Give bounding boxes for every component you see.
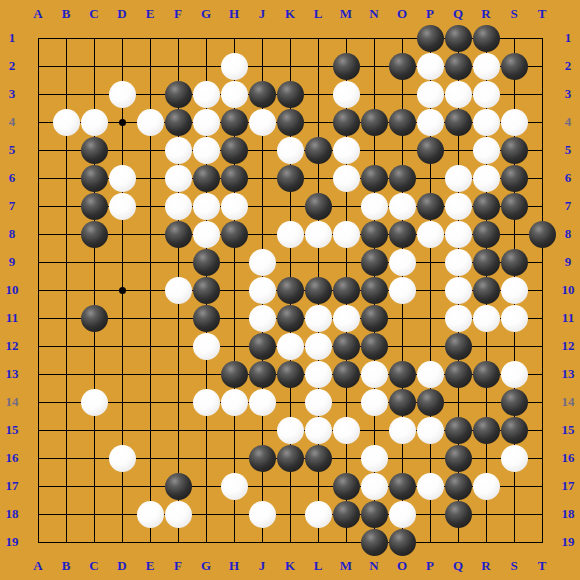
intersection[interactable]: ○ bbox=[360, 472, 388, 500]
intersection[interactable]: ○ bbox=[360, 444, 388, 472]
intersection[interactable]: ● bbox=[444, 444, 472, 472]
intersection[interactable]: ○ bbox=[220, 80, 248, 108]
intersection[interactable]: ● bbox=[472, 248, 500, 276]
intersection[interactable]: ● bbox=[416, 136, 444, 164]
intersection[interactable]: ○ bbox=[220, 388, 248, 416]
intersection[interactable]: ○ bbox=[248, 248, 276, 276]
intersection[interactable] bbox=[528, 472, 556, 500]
intersection[interactable] bbox=[24, 332, 52, 360]
intersection[interactable]: ● bbox=[164, 80, 192, 108]
intersection[interactable] bbox=[108, 52, 136, 80]
intersection[interactable]: ○ bbox=[388, 192, 416, 220]
intersection[interactable] bbox=[80, 416, 108, 444]
intersection[interactable] bbox=[80, 500, 108, 528]
intersection[interactable] bbox=[528, 52, 556, 80]
intersection[interactable] bbox=[108, 360, 136, 388]
intersection[interactable]: ● bbox=[220, 220, 248, 248]
intersection[interactable] bbox=[276, 388, 304, 416]
intersection[interactable]: ● bbox=[220, 360, 248, 388]
intersection[interactable] bbox=[108, 220, 136, 248]
intersection[interactable]: ● bbox=[360, 528, 388, 556]
intersection[interactable] bbox=[52, 80, 80, 108]
intersection[interactable]: ○ bbox=[500, 360, 528, 388]
intersection[interactable] bbox=[416, 248, 444, 276]
intersection[interactable]: ● bbox=[416, 388, 444, 416]
intersection[interactable] bbox=[136, 416, 164, 444]
intersection[interactable] bbox=[108, 136, 136, 164]
intersection[interactable] bbox=[136, 304, 164, 332]
intersection[interactable] bbox=[24, 52, 52, 80]
intersection[interactable]: ● bbox=[416, 24, 444, 52]
intersection[interactable] bbox=[444, 528, 472, 556]
intersection[interactable]: ○ bbox=[248, 388, 276, 416]
intersection[interactable]: ● bbox=[192, 276, 220, 304]
intersection[interactable] bbox=[108, 332, 136, 360]
intersection[interactable] bbox=[136, 220, 164, 248]
intersection[interactable]: ● bbox=[444, 360, 472, 388]
intersection[interactable] bbox=[164, 444, 192, 472]
intersection[interactable]: ○ bbox=[332, 164, 360, 192]
intersection[interactable] bbox=[52, 220, 80, 248]
intersection[interactable] bbox=[52, 360, 80, 388]
intersection[interactable] bbox=[24, 164, 52, 192]
intersection[interactable]: ○ bbox=[500, 444, 528, 472]
intersection[interactable]: ● bbox=[80, 192, 108, 220]
intersection[interactable]: ○ bbox=[220, 52, 248, 80]
intersection[interactable] bbox=[276, 472, 304, 500]
intersection[interactable]: ○ bbox=[276, 416, 304, 444]
intersection[interactable] bbox=[472, 528, 500, 556]
intersection[interactable] bbox=[528, 444, 556, 472]
intersection[interactable]: ● bbox=[388, 220, 416, 248]
intersection[interactable] bbox=[108, 416, 136, 444]
intersection[interactable] bbox=[24, 360, 52, 388]
intersection[interactable]: ● bbox=[472, 416, 500, 444]
intersection[interactable] bbox=[416, 332, 444, 360]
intersection[interactable] bbox=[52, 276, 80, 304]
intersection[interactable] bbox=[416, 276, 444, 304]
intersection[interactable] bbox=[528, 24, 556, 52]
intersection[interactable] bbox=[52, 192, 80, 220]
intersection[interactable] bbox=[388, 332, 416, 360]
intersection[interactable]: ● bbox=[332, 108, 360, 136]
intersection[interactable]: ○ bbox=[304, 332, 332, 360]
intersection[interactable] bbox=[528, 304, 556, 332]
intersection[interactable]: ○ bbox=[248, 304, 276, 332]
intersection[interactable]: ○ bbox=[472, 304, 500, 332]
intersection[interactable]: ● bbox=[276, 164, 304, 192]
intersection[interactable] bbox=[52, 24, 80, 52]
intersection[interactable]: ● bbox=[360, 220, 388, 248]
intersection[interactable] bbox=[332, 192, 360, 220]
intersection[interactable] bbox=[192, 360, 220, 388]
intersection[interactable] bbox=[528, 332, 556, 360]
intersection[interactable] bbox=[52, 472, 80, 500]
intersection[interactable]: ○ bbox=[220, 192, 248, 220]
intersection[interactable]: ○ bbox=[416, 360, 444, 388]
intersection[interactable] bbox=[108, 24, 136, 52]
intersection[interactable] bbox=[472, 444, 500, 472]
intersection[interactable] bbox=[528, 164, 556, 192]
intersection[interactable]: ● bbox=[80, 220, 108, 248]
intersection[interactable] bbox=[304, 108, 332, 136]
intersection[interactable]: ● bbox=[220, 108, 248, 136]
intersection[interactable]: ○ bbox=[80, 388, 108, 416]
intersection[interactable] bbox=[388, 24, 416, 52]
intersection[interactable] bbox=[472, 332, 500, 360]
intersection[interactable]: ○ bbox=[304, 304, 332, 332]
intersection[interactable]: ● bbox=[164, 108, 192, 136]
intersection[interactable] bbox=[80, 528, 108, 556]
intersection[interactable]: ● bbox=[360, 276, 388, 304]
intersection[interactable]: ● bbox=[360, 108, 388, 136]
intersection[interactable]: ○ bbox=[192, 108, 220, 136]
intersection[interactable] bbox=[248, 472, 276, 500]
intersection[interactable]: ○ bbox=[248, 500, 276, 528]
intersection[interactable]: ● bbox=[388, 388, 416, 416]
intersection[interactable]: ○ bbox=[164, 164, 192, 192]
intersection[interactable] bbox=[136, 192, 164, 220]
intersection[interactable] bbox=[360, 52, 388, 80]
intersection[interactable]: ○ bbox=[416, 108, 444, 136]
intersection[interactable] bbox=[528, 416, 556, 444]
intersection[interactable]: ● bbox=[444, 332, 472, 360]
intersection[interactable]: ○ bbox=[416, 416, 444, 444]
intersection[interactable]: ○ bbox=[416, 52, 444, 80]
intersection[interactable] bbox=[416, 164, 444, 192]
intersection[interactable] bbox=[500, 80, 528, 108]
intersection[interactable]: ● bbox=[332, 52, 360, 80]
intersection[interactable] bbox=[52, 304, 80, 332]
intersection[interactable]: ● bbox=[276, 360, 304, 388]
intersection[interactable] bbox=[528, 528, 556, 556]
intersection[interactable] bbox=[360, 80, 388, 108]
intersection[interactable]: ● bbox=[444, 500, 472, 528]
intersection[interactable] bbox=[220, 276, 248, 304]
intersection[interactable]: ○ bbox=[500, 108, 528, 136]
intersection[interactable]: ○ bbox=[472, 108, 500, 136]
intersection[interactable] bbox=[304, 80, 332, 108]
intersection[interactable]: ○ bbox=[332, 80, 360, 108]
intersection[interactable] bbox=[332, 388, 360, 416]
intersection[interactable]: ○ bbox=[472, 80, 500, 108]
intersection[interactable]: ○ bbox=[332, 136, 360, 164]
intersection[interactable]: ● bbox=[80, 136, 108, 164]
intersection[interactable] bbox=[248, 220, 276, 248]
intersection[interactable] bbox=[500, 332, 528, 360]
intersection[interactable]: ● bbox=[416, 192, 444, 220]
intersection[interactable] bbox=[108, 472, 136, 500]
intersection[interactable]: ○ bbox=[444, 248, 472, 276]
intersection[interactable]: ○ bbox=[332, 304, 360, 332]
intersection[interactable] bbox=[24, 444, 52, 472]
intersection[interactable] bbox=[108, 528, 136, 556]
intersection[interactable] bbox=[24, 80, 52, 108]
intersection[interactable] bbox=[136, 164, 164, 192]
intersection[interactable]: ● bbox=[304, 192, 332, 220]
intersection[interactable]: ● bbox=[332, 332, 360, 360]
intersection[interactable]: ● bbox=[332, 500, 360, 528]
intersection[interactable]: ● bbox=[360, 164, 388, 192]
intersection[interactable] bbox=[24, 388, 52, 416]
intersection[interactable] bbox=[220, 248, 248, 276]
intersection[interactable] bbox=[24, 24, 52, 52]
intersection[interactable]: ● bbox=[528, 220, 556, 248]
intersection[interactable]: ● bbox=[332, 472, 360, 500]
intersection[interactable]: ● bbox=[248, 444, 276, 472]
intersection[interactable] bbox=[52, 52, 80, 80]
intersection[interactable]: ○ bbox=[192, 220, 220, 248]
intersection[interactable] bbox=[248, 164, 276, 192]
intersection[interactable]: ● bbox=[500, 164, 528, 192]
intersection[interactable] bbox=[528, 136, 556, 164]
intersection[interactable]: ● bbox=[444, 52, 472, 80]
intersection[interactable] bbox=[108, 500, 136, 528]
intersection[interactable]: ○ bbox=[500, 304, 528, 332]
intersection[interactable]: ● bbox=[276, 276, 304, 304]
intersection[interactable] bbox=[52, 388, 80, 416]
intersection[interactable]: ● bbox=[388, 164, 416, 192]
intersection[interactable] bbox=[24, 500, 52, 528]
intersection[interactable] bbox=[528, 388, 556, 416]
intersection[interactable] bbox=[24, 472, 52, 500]
intersection[interactable] bbox=[220, 332, 248, 360]
intersection[interactable]: ○ bbox=[444, 192, 472, 220]
intersection[interactable] bbox=[416, 304, 444, 332]
intersection[interactable] bbox=[24, 528, 52, 556]
intersection[interactable]: ○ bbox=[164, 136, 192, 164]
intersection[interactable] bbox=[108, 304, 136, 332]
intersection[interactable] bbox=[136, 332, 164, 360]
intersection[interactable]: ○ bbox=[276, 136, 304, 164]
intersection[interactable] bbox=[52, 416, 80, 444]
intersection[interactable]: ○ bbox=[80, 108, 108, 136]
intersection[interactable]: ○ bbox=[192, 80, 220, 108]
intersection[interactable] bbox=[304, 164, 332, 192]
intersection[interactable]: ● bbox=[360, 500, 388, 528]
intersection[interactable] bbox=[192, 472, 220, 500]
intersection[interactable] bbox=[220, 416, 248, 444]
intersection[interactable] bbox=[528, 108, 556, 136]
intersection[interactable]: ● bbox=[444, 108, 472, 136]
intersection[interactable]: ● bbox=[332, 276, 360, 304]
intersection[interactable]: ○ bbox=[444, 220, 472, 248]
intersection[interactable]: ● bbox=[388, 528, 416, 556]
intersection[interactable]: ○ bbox=[388, 248, 416, 276]
intersection[interactable] bbox=[136, 248, 164, 276]
intersection[interactable]: ○ bbox=[164, 276, 192, 304]
intersection[interactable]: ● bbox=[472, 220, 500, 248]
intersection[interactable] bbox=[80, 24, 108, 52]
intersection[interactable] bbox=[276, 24, 304, 52]
intersection[interactable] bbox=[52, 444, 80, 472]
intersection[interactable]: ● bbox=[248, 80, 276, 108]
intersection[interactable]: ○ bbox=[472, 164, 500, 192]
intersection[interactable]: ● bbox=[500, 192, 528, 220]
intersection[interactable]: ● bbox=[332, 360, 360, 388]
intersection[interactable]: ○ bbox=[192, 332, 220, 360]
intersection[interactable]: ● bbox=[80, 164, 108, 192]
intersection[interactable]: ○ bbox=[416, 80, 444, 108]
intersection[interactable]: ○ bbox=[416, 472, 444, 500]
intersection[interactable] bbox=[528, 248, 556, 276]
intersection[interactable] bbox=[416, 528, 444, 556]
intersection[interactable] bbox=[164, 52, 192, 80]
intersection[interactable] bbox=[500, 472, 528, 500]
intersection[interactable] bbox=[332, 528, 360, 556]
intersection[interactable] bbox=[388, 80, 416, 108]
intersection[interactable] bbox=[136, 276, 164, 304]
intersection[interactable]: ● bbox=[304, 136, 332, 164]
intersection[interactable]: ● bbox=[472, 276, 500, 304]
intersection[interactable] bbox=[388, 136, 416, 164]
intersection[interactable] bbox=[136, 444, 164, 472]
intersection[interactable] bbox=[80, 332, 108, 360]
intersection[interactable]: ● bbox=[192, 304, 220, 332]
intersection[interactable]: ● bbox=[164, 472, 192, 500]
intersection[interactable] bbox=[360, 24, 388, 52]
intersection[interactable]: ○ bbox=[304, 416, 332, 444]
intersection[interactable] bbox=[304, 52, 332, 80]
intersection[interactable] bbox=[304, 528, 332, 556]
intersection[interactable]: ○ bbox=[108, 444, 136, 472]
intersection[interactable]: ● bbox=[500, 52, 528, 80]
intersection[interactable] bbox=[24, 276, 52, 304]
intersection[interactable]: ○ bbox=[360, 388, 388, 416]
intersection[interactable] bbox=[220, 24, 248, 52]
intersection[interactable]: ● bbox=[472, 24, 500, 52]
intersection[interactable]: ○ bbox=[248, 276, 276, 304]
intersection[interactable] bbox=[304, 248, 332, 276]
intersection[interactable] bbox=[24, 136, 52, 164]
intersection[interactable] bbox=[164, 24, 192, 52]
intersection[interactable] bbox=[332, 248, 360, 276]
intersection[interactable]: ○ bbox=[276, 220, 304, 248]
intersection[interactable]: ○ bbox=[276, 332, 304, 360]
intersection[interactable] bbox=[24, 416, 52, 444]
intersection[interactable]: ○ bbox=[444, 304, 472, 332]
intersection[interactable]: ○ bbox=[332, 220, 360, 248]
intersection[interactable]: ● bbox=[192, 164, 220, 192]
intersection[interactable]: ○ bbox=[52, 108, 80, 136]
intersection[interactable] bbox=[192, 52, 220, 80]
intersection[interactable] bbox=[192, 444, 220, 472]
intersection[interactable] bbox=[164, 528, 192, 556]
intersection[interactable] bbox=[136, 24, 164, 52]
intersection[interactable]: ○ bbox=[136, 500, 164, 528]
intersection[interactable]: ○ bbox=[360, 192, 388, 220]
intersection[interactable]: ○ bbox=[444, 164, 472, 192]
intersection[interactable] bbox=[500, 500, 528, 528]
intersection[interactable]: ● bbox=[304, 276, 332, 304]
intersection[interactable] bbox=[108, 388, 136, 416]
intersection[interactable] bbox=[220, 304, 248, 332]
intersection[interactable]: ● bbox=[360, 248, 388, 276]
intersection[interactable] bbox=[248, 136, 276, 164]
intersection[interactable] bbox=[388, 304, 416, 332]
intersection[interactable] bbox=[52, 332, 80, 360]
intersection[interactable] bbox=[472, 388, 500, 416]
intersection[interactable] bbox=[52, 500, 80, 528]
intersection[interactable] bbox=[164, 416, 192, 444]
intersection[interactable] bbox=[52, 136, 80, 164]
intersection[interactable] bbox=[164, 304, 192, 332]
intersection[interactable] bbox=[248, 528, 276, 556]
intersection[interactable] bbox=[136, 52, 164, 80]
intersection[interactable] bbox=[80, 472, 108, 500]
intersection[interactable] bbox=[304, 472, 332, 500]
intersection[interactable] bbox=[80, 360, 108, 388]
intersection[interactable] bbox=[136, 80, 164, 108]
intersection[interactable] bbox=[304, 24, 332, 52]
intersection[interactable] bbox=[80, 52, 108, 80]
intersection[interactable]: ○ bbox=[500, 276, 528, 304]
intersection[interactable]: ● bbox=[444, 24, 472, 52]
intersection[interactable]: ● bbox=[276, 80, 304, 108]
intersection[interactable]: ● bbox=[388, 52, 416, 80]
intersection[interactable]: ○ bbox=[444, 276, 472, 304]
intersection[interactable]: ● bbox=[220, 136, 248, 164]
intersection[interactable] bbox=[220, 444, 248, 472]
intersection[interactable] bbox=[24, 220, 52, 248]
intersection[interactable]: ● bbox=[444, 416, 472, 444]
intersection[interactable] bbox=[164, 248, 192, 276]
intersection[interactable]: ○ bbox=[304, 220, 332, 248]
intersection[interactable] bbox=[416, 444, 444, 472]
intersection[interactable] bbox=[136, 472, 164, 500]
intersection[interactable]: ○ bbox=[192, 136, 220, 164]
intersection[interactable] bbox=[444, 388, 472, 416]
intersection[interactable] bbox=[528, 500, 556, 528]
intersection[interactable] bbox=[164, 388, 192, 416]
intersection[interactable]: ● bbox=[472, 192, 500, 220]
intersection[interactable] bbox=[248, 416, 276, 444]
intersection[interactable] bbox=[416, 500, 444, 528]
intersection[interactable] bbox=[528, 80, 556, 108]
intersection[interactable]: ○ bbox=[108, 192, 136, 220]
intersection[interactable] bbox=[192, 24, 220, 52]
intersection[interactable]: ● bbox=[500, 388, 528, 416]
intersection[interactable]: ● bbox=[248, 360, 276, 388]
intersection[interactable]: ○ bbox=[444, 80, 472, 108]
intersection[interactable] bbox=[52, 528, 80, 556]
intersection[interactable]: ○ bbox=[304, 500, 332, 528]
intersection[interactable] bbox=[24, 192, 52, 220]
intersection[interactable]: ○ bbox=[192, 192, 220, 220]
intersection[interactable]: ○ bbox=[304, 388, 332, 416]
intersection[interactable] bbox=[108, 108, 136, 136]
intersection[interactable]: ○ bbox=[388, 416, 416, 444]
intersection[interactable] bbox=[472, 500, 500, 528]
intersection[interactable] bbox=[136, 360, 164, 388]
intersection[interactable] bbox=[528, 192, 556, 220]
intersection[interactable] bbox=[528, 276, 556, 304]
intersection[interactable]: ○ bbox=[388, 276, 416, 304]
intersection[interactable] bbox=[220, 528, 248, 556]
intersection[interactable] bbox=[52, 248, 80, 276]
intersection[interactable]: ○ bbox=[220, 472, 248, 500]
intersection[interactable]: ○ bbox=[304, 360, 332, 388]
intersection[interactable] bbox=[108, 248, 136, 276]
intersection[interactable]: ● bbox=[388, 360, 416, 388]
intersection[interactable]: ○ bbox=[164, 500, 192, 528]
intersection[interactable] bbox=[108, 276, 136, 304]
intersection[interactable]: ● bbox=[220, 164, 248, 192]
intersection[interactable] bbox=[220, 500, 248, 528]
intersection[interactable]: ● bbox=[276, 444, 304, 472]
intersection[interactable]: ● bbox=[276, 304, 304, 332]
intersection[interactable] bbox=[136, 388, 164, 416]
